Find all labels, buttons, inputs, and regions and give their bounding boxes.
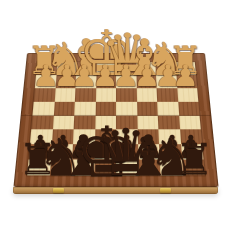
square-f6 <box>73 130 95 145</box>
square-d4 <box>116 101 137 115</box>
square-b8 <box>160 160 183 176</box>
square-c1 <box>136 62 156 75</box>
square-f2 <box>75 75 96 88</box>
square-e3 <box>95 88 116 101</box>
square-g4 <box>53 101 74 115</box>
square-h2 <box>35 75 56 88</box>
square-e2 <box>96 75 116 88</box>
square-d6 <box>116 130 138 145</box>
square-f7 <box>72 144 94 159</box>
square-c2 <box>136 75 157 88</box>
square-a8 <box>182 160 205 176</box>
square-d3 <box>116 88 137 101</box>
square-f5 <box>74 115 96 129</box>
square-a2 <box>176 75 197 88</box>
fold-seam <box>21 115 212 117</box>
square-d7 <box>116 144 138 159</box>
square-h8 <box>27 160 50 176</box>
square-c7 <box>138 144 160 159</box>
square-e8 <box>94 160 116 176</box>
square-h3 <box>34 88 55 101</box>
square-e5 <box>95 115 116 129</box>
square-c3 <box>136 88 157 101</box>
square-e7 <box>94 144 116 159</box>
square-b5 <box>158 115 180 129</box>
square-g1 <box>56 62 77 75</box>
board-grid <box>27 62 205 175</box>
hinge-right <box>160 188 171 193</box>
square-g8 <box>49 160 72 176</box>
square-a1 <box>175 62 196 75</box>
square-c6 <box>137 130 159 145</box>
square-g6 <box>51 130 73 145</box>
square-e1 <box>96 62 116 75</box>
square-f4 <box>74 101 95 115</box>
chess-set-photo[interactable]: ♜♞♝♚♛♝♞♜♟♟♟♟♟♟♟♟♟♟♟♟♟♟♟♟♜♞♝♚♛♝♞♜ <box>0 0 230 230</box>
square-h6 <box>30 130 53 145</box>
square-d5 <box>116 115 137 129</box>
square-b7 <box>159 144 182 159</box>
hinge-left <box>53 188 64 193</box>
square-h4 <box>32 101 54 115</box>
square-h1 <box>36 62 57 75</box>
square-b1 <box>155 62 176 75</box>
square-g3 <box>54 88 75 101</box>
square-a6 <box>180 130 203 145</box>
square-f8 <box>72 160 95 176</box>
square-g2 <box>55 75 76 88</box>
square-f1 <box>76 62 96 75</box>
square-a7 <box>181 144 204 159</box>
square-d2 <box>116 75 136 88</box>
board-scene: ♜♞♝♚♛♝♞♜♟♟♟♟♟♟♟♟♟♟♟♟♟♟♟♟♜♞♝♚♛♝♞♜ <box>0 0 230 230</box>
square-e4 <box>95 101 116 115</box>
square-b2 <box>156 75 177 88</box>
square-a3 <box>177 88 198 101</box>
square-f3 <box>75 88 96 101</box>
square-a5 <box>179 115 201 129</box>
square-h5 <box>31 115 53 129</box>
square-b4 <box>157 101 178 115</box>
square-g7 <box>50 144 73 159</box>
square-h7 <box>29 144 52 159</box>
board-side-edge <box>13 187 218 195</box>
square-d1 <box>116 62 136 75</box>
square-c8 <box>138 160 161 176</box>
square-c5 <box>137 115 159 129</box>
square-b3 <box>157 88 178 101</box>
square-e6 <box>94 130 116 145</box>
square-c4 <box>137 101 158 115</box>
square-d8 <box>116 160 138 176</box>
chess-board <box>13 53 218 187</box>
square-b6 <box>158 130 180 145</box>
square-a4 <box>178 101 200 115</box>
square-g5 <box>52 115 74 129</box>
